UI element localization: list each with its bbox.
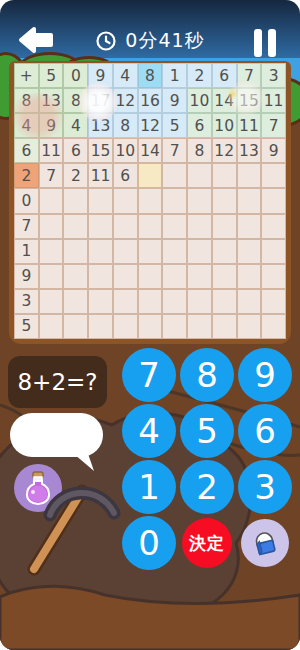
sum-cell (187, 188, 212, 213)
col-header-cell: 1 (162, 63, 187, 88)
eraser-icon (250, 528, 280, 558)
sum-cell: 8 (187, 138, 212, 163)
sum-cell: 15 (88, 138, 113, 163)
sum-cell: 5 (162, 113, 187, 138)
sum-cell: 14 (138, 138, 163, 163)
sum-cell (261, 214, 286, 239)
sum-cell (39, 264, 64, 289)
sum-cell: 11 (261, 88, 286, 113)
sum-cell (187, 314, 212, 339)
sum-cell (187, 289, 212, 314)
sum-cell (261, 289, 286, 314)
sum-cell: 6 (113, 163, 138, 188)
key-0[interactable]: 0 (122, 516, 176, 570)
sum-cell: 8 (113, 113, 138, 138)
sum-cell (237, 289, 262, 314)
eraser-button[interactable] (241, 519, 289, 567)
sum-cell (39, 214, 64, 239)
row-header-cell: 1 (14, 239, 39, 264)
sum-cell (237, 314, 262, 339)
sum-cell (212, 239, 237, 264)
col-header-cell: 2 (187, 63, 212, 88)
sum-cell: 7 (261, 113, 286, 138)
sum-cell (212, 264, 237, 289)
sum-cell (63, 314, 88, 339)
key-2[interactable]: 2 (180, 460, 234, 514)
sum-cell (63, 239, 88, 264)
sum-cell: 7 (39, 163, 64, 188)
sum-cell (39, 239, 64, 264)
sum-cell: 13 (39, 88, 64, 113)
row-header-cell: 5 (14, 314, 39, 339)
operator-cell: + (14, 63, 39, 88)
sum-cell (212, 188, 237, 213)
sum-cell (63, 264, 88, 289)
row-header-cell: 4 (14, 113, 39, 138)
sum-cell: 13 (88, 113, 113, 138)
sum-cell (162, 289, 187, 314)
active-cell (138, 163, 163, 188)
question-text: 8+2=? (17, 369, 97, 395)
sum-cell (162, 264, 187, 289)
sum-cell (113, 289, 138, 314)
sum-cell: 11 (237, 113, 262, 138)
key-5[interactable]: 5 (180, 404, 234, 458)
sum-cell (113, 214, 138, 239)
sum-cell (261, 188, 286, 213)
sum-cell (212, 163, 237, 188)
sum-cell: 12 (212, 138, 237, 163)
sum-cell (212, 289, 237, 314)
sum-cell (261, 314, 286, 339)
sum-cell (187, 214, 212, 239)
sum-cell (39, 289, 64, 314)
sum-cell (138, 188, 163, 213)
sum-cell (113, 314, 138, 339)
sum-cell (212, 314, 237, 339)
sum-cell (162, 214, 187, 239)
sum-cell (162, 239, 187, 264)
sum-cell: 6 (63, 138, 88, 163)
sum-cell (261, 163, 286, 188)
row-header-cell: 2 (14, 163, 39, 188)
sum-cell (113, 239, 138, 264)
row-header-cell: 6 (14, 138, 39, 163)
col-header-cell: 8 (138, 63, 163, 88)
sum-cell (187, 264, 212, 289)
key-7[interactable]: 7 (122, 348, 176, 402)
sum-cell: 2 (63, 163, 88, 188)
col-header-cell: 7 (237, 63, 262, 88)
sum-cell (88, 188, 113, 213)
key-9[interactable]: 9 (238, 348, 292, 402)
question-box: 8+2=? (8, 356, 107, 408)
sum-cell: 9 (39, 113, 64, 138)
timer-text: 0分41秒 (125, 28, 204, 54)
sum-cell (162, 163, 187, 188)
key-4[interactable]: 4 (122, 404, 176, 458)
col-header-cell: 9 (88, 63, 113, 88)
sum-cell: 4 (63, 113, 88, 138)
row-header-cell: 3 (14, 289, 39, 314)
sum-cell (138, 214, 163, 239)
sum-cell (261, 264, 286, 289)
col-header-cell: 6 (212, 63, 237, 88)
sum-cell (113, 188, 138, 213)
sum-cell (162, 314, 187, 339)
sum-cell (237, 188, 262, 213)
key-1[interactable]: 1 (122, 460, 176, 514)
sum-cell (39, 314, 64, 339)
sum-cell (237, 239, 262, 264)
sum-cell: 17 (88, 88, 113, 113)
sum-cell (138, 239, 163, 264)
sum-cell: 8 (63, 88, 88, 113)
top-bar: 0分41秒 (0, 0, 300, 60)
sum-cell (187, 239, 212, 264)
sum-cell (63, 188, 88, 213)
sum-cell (187, 163, 212, 188)
sum-cell: 13 (237, 138, 262, 163)
col-header-cell: 4 (113, 63, 138, 88)
sum-cell: 11 (39, 138, 64, 163)
sum-cell: 10 (212, 113, 237, 138)
sum-cell: 11 (88, 163, 113, 188)
sum-cell (88, 264, 113, 289)
sum-cell: 16 (138, 88, 163, 113)
row-header-cell: 9 (14, 264, 39, 289)
row-header-cell: 7 (14, 214, 39, 239)
key-6[interactable]: 6 (238, 404, 292, 458)
sum-cell (63, 214, 88, 239)
sum-cell: 6 (187, 113, 212, 138)
col-header-cell: 3 (261, 63, 286, 88)
sum-cell: 10 (187, 88, 212, 113)
sum-cell: 12 (138, 113, 163, 138)
sum-cell (88, 289, 113, 314)
row-header-cell: 8 (14, 88, 39, 113)
sum-cell: 10 (113, 138, 138, 163)
sum-cell (88, 239, 113, 264)
game-screen: 0分41秒 +509481267381381712169101415114941… (0, 0, 300, 650)
sum-cell (138, 289, 163, 314)
pickaxe-icon (20, 473, 130, 578)
sum-cell (261, 239, 286, 264)
sum-cell (63, 289, 88, 314)
sum-cell (113, 264, 138, 289)
sum-cell: 12 (113, 88, 138, 113)
sum-cell: 7 (162, 138, 187, 163)
col-header-cell: 0 (63, 63, 88, 88)
pause-button[interactable] (254, 29, 276, 57)
sum-cell (39, 188, 64, 213)
number-pad: 7894561230 決定 (122, 348, 292, 570)
board-grid: +509481267381381712169101415114941381256… (9, 61, 291, 344)
sum-cell (138, 264, 163, 289)
col-header-cell: 5 (39, 63, 64, 88)
sum-cell (237, 214, 262, 239)
sum-cell (237, 264, 262, 289)
sum-cell: 14 (212, 88, 237, 113)
sum-cell (138, 314, 163, 339)
sum-cell (237, 163, 262, 188)
row-header-cell: 0 (14, 188, 39, 213)
sum-cell: 9 (162, 88, 187, 113)
sum-cell: 15 (237, 88, 262, 113)
sum-cell (88, 214, 113, 239)
confirm-button[interactable]: 決定 (182, 518, 232, 568)
sum-cell (162, 188, 187, 213)
sum-cell (88, 314, 113, 339)
sum-cell: 9 (261, 138, 286, 163)
clock-icon (95, 30, 117, 52)
key-8[interactable]: 8 (180, 348, 234, 402)
speech-bubble (10, 413, 103, 457)
key-3[interactable]: 3 (238, 460, 292, 514)
sum-cell (212, 214, 237, 239)
